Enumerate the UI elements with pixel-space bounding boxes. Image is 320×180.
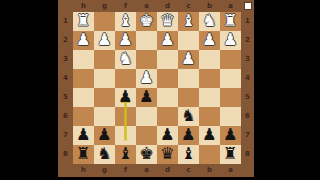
- empty-c5: [178, 88, 199, 107]
- empty-b3: [199, 50, 220, 69]
- piece-wP-h2[interactable]: ♟: [73, 31, 94, 50]
- empty-e3: [136, 50, 157, 69]
- empty-d3: [157, 50, 178, 69]
- rank-label-5: 5: [58, 88, 73, 107]
- empty-a3: [220, 50, 241, 69]
- rank-label-3: 3: [241, 50, 254, 69]
- empty-e2: [136, 31, 157, 50]
- piece-wK-e1[interactable]: ♚: [136, 12, 157, 31]
- empty-g1: [94, 12, 115, 31]
- rank-label-6: 6: [241, 107, 254, 126]
- rank-label-1: 1: [58, 12, 73, 31]
- file-label-d: d: [157, 0, 178, 12]
- empty-h4: [73, 69, 94, 88]
- piece-bN-g8[interactable]: ♞: [94, 145, 115, 164]
- empty-g5: [94, 88, 115, 107]
- empty-g3: [94, 50, 115, 69]
- rank-label-2: 2: [58, 31, 73, 50]
- file-label-b: b: [199, 164, 220, 177]
- empty-a4: [220, 69, 241, 88]
- empty-d5: [157, 88, 178, 107]
- empty-c2: [178, 31, 199, 50]
- file-label-f: f: [115, 0, 136, 12]
- piece-wR-h1[interactable]: ♜: [73, 12, 94, 31]
- rank-label-2: 2: [241, 31, 254, 50]
- piece-wN-b1[interactable]: ♞: [199, 12, 220, 31]
- empty-b6: [199, 107, 220, 126]
- file-label-c: c: [178, 0, 199, 12]
- chess-board: hgfedcba hgfedcba 12345678 12345678 ♜♝♚♛…: [58, 0, 254, 177]
- empty-a5: [220, 88, 241, 107]
- empty-e6: [136, 107, 157, 126]
- file-labels-top: hgfedcba: [73, 0, 241, 12]
- empty-d6: [157, 107, 178, 126]
- piece-bB-f8[interactable]: ♝: [115, 145, 136, 164]
- rank-labels-right: 12345678: [241, 12, 254, 164]
- piece-bB-c8[interactable]: ♝: [178, 145, 199, 164]
- piece-bP-b7[interactable]: ♟: [199, 126, 220, 145]
- piece-wP-e4[interactable]: ♟: [136, 69, 157, 88]
- file-label-d: d: [157, 164, 178, 177]
- rank-label-1: 1: [241, 12, 254, 31]
- file-label-f: f: [115, 164, 136, 177]
- file-label-h: h: [73, 0, 94, 12]
- empty-g6: [94, 107, 115, 126]
- rank-labels-left: 12345678: [58, 12, 73, 164]
- file-label-a: a: [220, 0, 241, 12]
- piece-wP-c3[interactable]: ♟: [178, 50, 199, 69]
- piece-bR-a8[interactable]: ♜: [220, 145, 241, 164]
- rank-label-8: 8: [241, 145, 254, 164]
- piece-wN-f3[interactable]: ♞: [115, 50, 136, 69]
- piece-wP-a2[interactable]: ♟: [220, 31, 241, 50]
- file-label-e: e: [136, 0, 157, 12]
- empty-f4: [115, 69, 136, 88]
- piece-bP-c7[interactable]: ♟: [178, 126, 199, 145]
- piece-wP-f2[interactable]: ♟: [115, 31, 136, 50]
- empty-g4: [94, 69, 115, 88]
- empty-b8: [199, 145, 220, 164]
- rank-label-4: 4: [241, 69, 254, 88]
- piece-wB-c1[interactable]: ♝: [178, 12, 199, 31]
- empty-c4: [178, 69, 199, 88]
- piece-wR-a1[interactable]: ♜: [220, 12, 241, 31]
- piece-bP-g7[interactable]: ♟: [94, 126, 115, 145]
- rank-label-8: 8: [58, 145, 73, 164]
- rank-label-7: 7: [58, 126, 73, 145]
- empty-d4: [157, 69, 178, 88]
- rank-label-6: 6: [58, 107, 73, 126]
- empty-h3: [73, 50, 94, 69]
- file-label-h: h: [73, 164, 94, 177]
- piece-bN-c6[interactable]: ♞: [178, 107, 199, 126]
- rank-label-5: 5: [241, 88, 254, 107]
- piece-bP-f5[interactable]: ♟: [115, 88, 136, 107]
- empty-f6: [115, 107, 136, 126]
- piece-bR-h8[interactable]: ♜: [73, 145, 94, 164]
- piece-bP-e5[interactable]: ♟: [136, 88, 157, 107]
- piece-wQ-d1[interactable]: ♛: [157, 12, 178, 31]
- piece-bP-h7[interactable]: ♟: [73, 126, 94, 145]
- empty-h6: [73, 107, 94, 126]
- file-label-e: e: [136, 164, 157, 177]
- piece-wP-b2[interactable]: ♟: [199, 31, 220, 50]
- file-labels-bottom: hgfedcba: [73, 164, 241, 177]
- white-to-move-indicator: [244, 2, 252, 10]
- file-label-a: a: [220, 164, 241, 177]
- empty-b5: [199, 88, 220, 107]
- file-label-c: c: [178, 164, 199, 177]
- piece-wP-d2[interactable]: ♟: [157, 31, 178, 50]
- empty-a6: [220, 107, 241, 126]
- pieces-grid: ♜♝♚♛♝♞♜♟♟♟♟♟♟♞♟♟♟♟♞♟♟♟♟♟♟♜♞♝♚♛♝♜: [73, 12, 241, 164]
- piece-bP-d7[interactable]: ♟: [157, 126, 178, 145]
- piece-bK-e8[interactable]: ♚: [136, 145, 157, 164]
- file-label-b: b: [199, 0, 220, 12]
- piece-wP-g2[interactable]: ♟: [94, 31, 115, 50]
- file-label-g: g: [94, 0, 115, 12]
- empty-e7: [136, 126, 157, 145]
- file-label-g: g: [94, 164, 115, 177]
- rank-label-7: 7: [241, 126, 254, 145]
- empty-f7: [115, 126, 136, 145]
- piece-bQ-d8[interactable]: ♛: [157, 145, 178, 164]
- empty-b4: [199, 69, 220, 88]
- rank-label-3: 3: [58, 50, 73, 69]
- empty-h5: [73, 88, 94, 107]
- piece-bP-a7[interactable]: ♟: [220, 126, 241, 145]
- rank-label-4: 4: [58, 69, 73, 88]
- piece-wB-f1[interactable]: ♝: [115, 12, 136, 31]
